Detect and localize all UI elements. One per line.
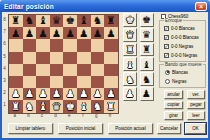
piece-black-pawn: ♟	[38, 28, 47, 40]
square-h6[interactable]	[104, 39, 118, 51]
square-c4[interactable]	[36, 64, 50, 76]
piece-white-pawn: ♟	[38, 88, 47, 100]
castling-group: Enroque ✓0-0 Blancas✓0-0-0 Blancas✓0-0 N…	[159, 20, 206, 62]
palette-white-queen-button[interactable]: ♛	[123, 28, 137, 42]
square-f2[interactable]: ♟	[77, 88, 91, 100]
black-queen-icon: ♛	[142, 29, 151, 40]
piece-black-rook: ♜	[106, 15, 115, 27]
square-g7[interactable]: ♟	[91, 27, 105, 39]
piece-white-pawn: ♟	[79, 88, 88, 100]
rank-labels: 87654321	[2, 14, 7, 112]
side-option-negras[interactable]: Negras	[165, 79, 187, 84]
square-a1[interactable]: ♜	[9, 100, 23, 112]
square-d7[interactable]: ♟	[50, 27, 64, 39]
square-h1[interactable]: ♜	[104, 100, 118, 112]
side-to-move-title: Bando que mueve	[164, 62, 203, 67]
square-b4[interactable]	[23, 64, 37, 76]
close-button[interactable]: ×	[195, 2, 207, 11]
copy-button[interactable]: copiar	[164, 101, 183, 110]
palette-black-queen-button[interactable]: ♛	[140, 28, 154, 42]
square-b5[interactable]	[23, 52, 37, 64]
rank-label-3: 3	[2, 75, 7, 87]
edit-position-dialog: Editar posición × 87654321 ♜♞♝♛♚♝♞♜♟♟♟♟♟…	[0, 0, 210, 140]
square-d1[interactable]: ♛	[50, 100, 64, 112]
castling-row-2[interactable]: ✓0-0 Negras	[164, 44, 193, 49]
palette-white-rook-button[interactable]: ♜	[123, 43, 137, 57]
piece-black-pawn: ♟	[79, 28, 88, 40]
piece-white-pawn: ♟	[52, 88, 61, 100]
square-d8[interactable]: ♛	[50, 15, 64, 27]
square-e2[interactable]: ♟	[63, 88, 77, 100]
clear-board-button[interactable]: Limpiar tablero	[8, 123, 53, 134]
read-button[interactable]: leer	[187, 111, 205, 120]
piece-white-rook: ♜	[11, 101, 20, 113]
window-border-bottom	[0, 138, 210, 140]
square-e8[interactable]: ♚	[63, 15, 77, 27]
file-label-c: c	[35, 113, 49, 118]
window-title: Editar posición	[0, 3, 54, 10]
close-icon: ×	[199, 3, 203, 10]
side-label-negras: Negras	[172, 79, 187, 84]
file-label-b: b	[22, 113, 36, 118]
cancel-button[interactable]: Cancelar	[157, 123, 181, 134]
black-bishop-icon: ♝	[142, 59, 151, 70]
square-e5[interactable]	[63, 52, 77, 64]
castling-checkbox-3[interactable]: ✓	[164, 53, 169, 58]
palette-white-knight-button[interactable]: ♞	[123, 72, 137, 86]
square-f3[interactable]	[77, 76, 91, 88]
paste-button[interactable]: pegar	[187, 101, 205, 110]
square-d4[interactable]	[50, 64, 64, 76]
square-b1[interactable]: ♞	[23, 100, 37, 112]
square-f7[interactable]: ♟	[77, 27, 91, 39]
square-c7[interactable]: ♟	[36, 27, 50, 39]
view-button[interactable]: ver.	[187, 90, 205, 99]
castling-row-0[interactable]: ✓0-0 Blancas	[164, 26, 195, 31]
square-a8[interactable]: ♜	[9, 15, 23, 27]
flip-button[interactable]: girar	[164, 111, 183, 120]
square-b2[interactable]: ♟	[23, 88, 37, 100]
castling-checkbox-1[interactable]: ✓	[164, 35, 169, 40]
palette-white-bishop-button[interactable]: ♝	[123, 57, 137, 71]
rank-label-6: 6	[2, 38, 7, 50]
castling-label-0: 0-0 Blancas	[171, 26, 195, 31]
square-a2[interactable]: ♟	[9, 88, 23, 100]
square-e6[interactable]	[63, 39, 77, 51]
square-g4[interactable]	[91, 64, 105, 76]
square-c5[interactable]	[36, 52, 50, 64]
piece-black-king: ♚	[65, 15, 74, 27]
file-label-g: g	[90, 113, 104, 118]
square-g1[interactable]: ♞	[91, 100, 105, 112]
white-knight-icon: ♞	[126, 74, 135, 85]
piece-white-queen: ♛	[52, 101, 61, 113]
square-h5[interactable]	[104, 52, 118, 64]
square-h4[interactable]	[104, 64, 118, 76]
white-pawn-icon: ♟	[126, 88, 135, 99]
square-b6[interactable]	[23, 39, 37, 51]
square-f1[interactable]: ♝	[77, 100, 91, 112]
castling-checkbox-2[interactable]: ✓	[164, 44, 169, 49]
piece-black-pawn: ♟	[106, 28, 115, 40]
square-h8[interactable]: ♜	[104, 15, 118, 27]
palette-black-king-button[interactable]: ♚	[140, 13, 154, 27]
rank-label-8: 8	[2, 14, 7, 26]
palette-black-rook-button[interactable]: ♜	[140, 43, 154, 57]
chess-board[interactable]: ♜♞♝♛♚♝♞♜♟♟♟♟♟♟♟♟♟♟♟♟♟♟♟♟♜♞♝♛♚♝♞♜	[8, 14, 119, 114]
rank-label-2: 2	[2, 87, 7, 99]
side-label-blancas: Blancas	[172, 70, 188, 75]
palette-black-knight-button[interactable]: ♞	[140, 72, 154, 86]
side-option-blancas[interactable]: Blancas	[165, 70, 188, 75]
palette-white-king-button[interactable]: ♚	[123, 13, 137, 27]
castling-label-1: 0-0-0 Blancas	[171, 35, 199, 40]
piece-white-pawn: ♟	[25, 88, 34, 100]
piece-black-queen: ♛	[52, 15, 61, 27]
square-a5[interactable]	[9, 52, 23, 64]
black-knight-icon: ♞	[142, 74, 151, 85]
piece-white-rook: ♜	[106, 101, 115, 113]
square-a6[interactable]	[9, 39, 23, 51]
palette-white-column: ♚♛♜♝♞♟	[123, 13, 137, 102]
square-e3[interactable]	[63, 76, 77, 88]
square-c8[interactable]: ♝	[36, 15, 50, 27]
ok-button[interactable]: OK	[185, 123, 206, 134]
piece-white-knight: ♞	[93, 101, 102, 113]
file-label-a: a	[8, 113, 22, 118]
square-g3[interactable]	[91, 76, 105, 88]
square-f6[interactable]	[77, 39, 91, 51]
square-e4[interactable]	[63, 64, 77, 76]
current-position-button[interactable]: Posición actual	[108, 123, 153, 134]
square-d6[interactable]	[50, 39, 64, 51]
square-c3[interactable]	[36, 76, 50, 88]
white-king-icon: ♚	[126, 14, 135, 25]
white-rook-icon: ♜	[126, 44, 135, 55]
square-f4[interactable]	[77, 64, 91, 76]
square-a4[interactable]	[9, 64, 23, 76]
piece-white-bishop: ♝	[38, 101, 47, 113]
piece-black-pawn: ♟	[11, 28, 20, 40]
square-b3[interactable]	[23, 76, 37, 88]
square-c6[interactable]	[36, 39, 50, 51]
square-c1[interactable]: ♝	[36, 100, 50, 112]
square-e7[interactable]: ♟	[63, 27, 77, 39]
castling-checkbox-0[interactable]: ✓	[164, 26, 169, 31]
square-a3[interactable]	[9, 76, 23, 88]
initial-position-button[interactable]: Posición inicial	[58, 123, 103, 134]
square-h7[interactable]: ♟	[104, 27, 118, 39]
square-c2[interactable]: ♟	[36, 88, 50, 100]
white-queen-icon: ♛	[126, 29, 135, 40]
undo-button[interactable]: anular	[164, 90, 183, 99]
piece-black-pawn: ♟	[65, 28, 74, 40]
file-labels: abcdefgh	[8, 113, 117, 118]
piece-black-pawn: ♟	[52, 28, 61, 40]
black-king-icon: ♚	[142, 14, 151, 25]
file-label-d: d	[49, 113, 63, 118]
castling-label-2: 0-0 Negras	[171, 44, 193, 49]
side-to-move-group: Bando que mueve BlancasNegras	[159, 64, 206, 88]
rank-label-1: 1	[2, 99, 7, 111]
square-f8[interactable]: ♝	[77, 15, 91, 27]
piece-black-bishop: ♝	[38, 15, 47, 27]
piece-black-knight: ♞	[93, 15, 102, 27]
black-pawn-icon: ♟	[142, 88, 151, 99]
square-e1[interactable]: ♚	[63, 100, 77, 112]
side-radio-blancas[interactable]	[165, 70, 170, 75]
castling-group-title: Enroque	[164, 18, 183, 23]
piece-black-bishop: ♝	[79, 15, 88, 27]
castling-label-3: 0-0-0 Negras	[171, 53, 197, 58]
black-rook-icon: ♜	[142, 44, 151, 55]
square-h2[interactable]: ♟	[104, 88, 118, 100]
square-d2[interactable]: ♟	[50, 88, 64, 100]
palette-black-pawn-button[interactable]: ♟	[140, 87, 154, 101]
piece-white-pawn: ♟	[106, 88, 115, 100]
piece-white-king: ♚	[65, 101, 74, 113]
piece-black-knight: ♞	[25, 15, 34, 27]
square-b8[interactable]: ♞	[23, 15, 37, 27]
palette-black-column: ♚♛♜♝♞♟	[140, 13, 154, 102]
square-g8[interactable]: ♞	[91, 15, 105, 27]
piece-white-pawn: ♟	[11, 88, 20, 100]
castling-row-3[interactable]: ✓0-0-0 Negras	[164, 53, 197, 58]
piece-black-rook: ♜	[11, 15, 20, 27]
rank-label-5: 5	[2, 51, 7, 63]
castling-row-1[interactable]: ✓0-0-0 Blancas	[164, 35, 199, 40]
file-label-e: e	[62, 113, 76, 118]
piece-black-pawn: ♟	[25, 28, 34, 40]
square-f5[interactable]	[77, 52, 91, 64]
square-g6[interactable]	[91, 39, 105, 51]
square-b7[interactable]: ♟	[23, 27, 37, 39]
file-label-f: f	[76, 113, 90, 118]
file-label-h: h	[103, 113, 117, 118]
square-d5[interactable]	[50, 52, 64, 64]
square-g5[interactable]	[91, 52, 105, 64]
piece-white-bishop: ♝	[79, 101, 88, 113]
square-h3[interactable]	[104, 76, 118, 88]
piece-white-pawn: ♟	[65, 88, 74, 100]
palette-white-pawn-button[interactable]: ♟	[123, 87, 137, 101]
square-d3[interactable]	[50, 76, 64, 88]
white-bishop-icon: ♝	[126, 59, 135, 70]
palette-black-bishop-button[interactable]: ♝	[140, 57, 154, 71]
side-radio-negras[interactable]	[165, 79, 170, 84]
title-bar[interactable]: Editar posición ×	[0, 0, 210, 12]
rank-label-7: 7	[2, 26, 7, 38]
square-a7[interactable]: ♟	[9, 27, 23, 39]
piece-black-pawn: ♟	[93, 28, 102, 40]
square-g2[interactable]: ♟	[91, 88, 105, 100]
piece-white-pawn: ♟	[93, 88, 102, 100]
window-border-right	[208, 12, 210, 140]
rank-label-4: 4	[2, 63, 7, 75]
piece-white-knight: ♞	[25, 101, 34, 113]
